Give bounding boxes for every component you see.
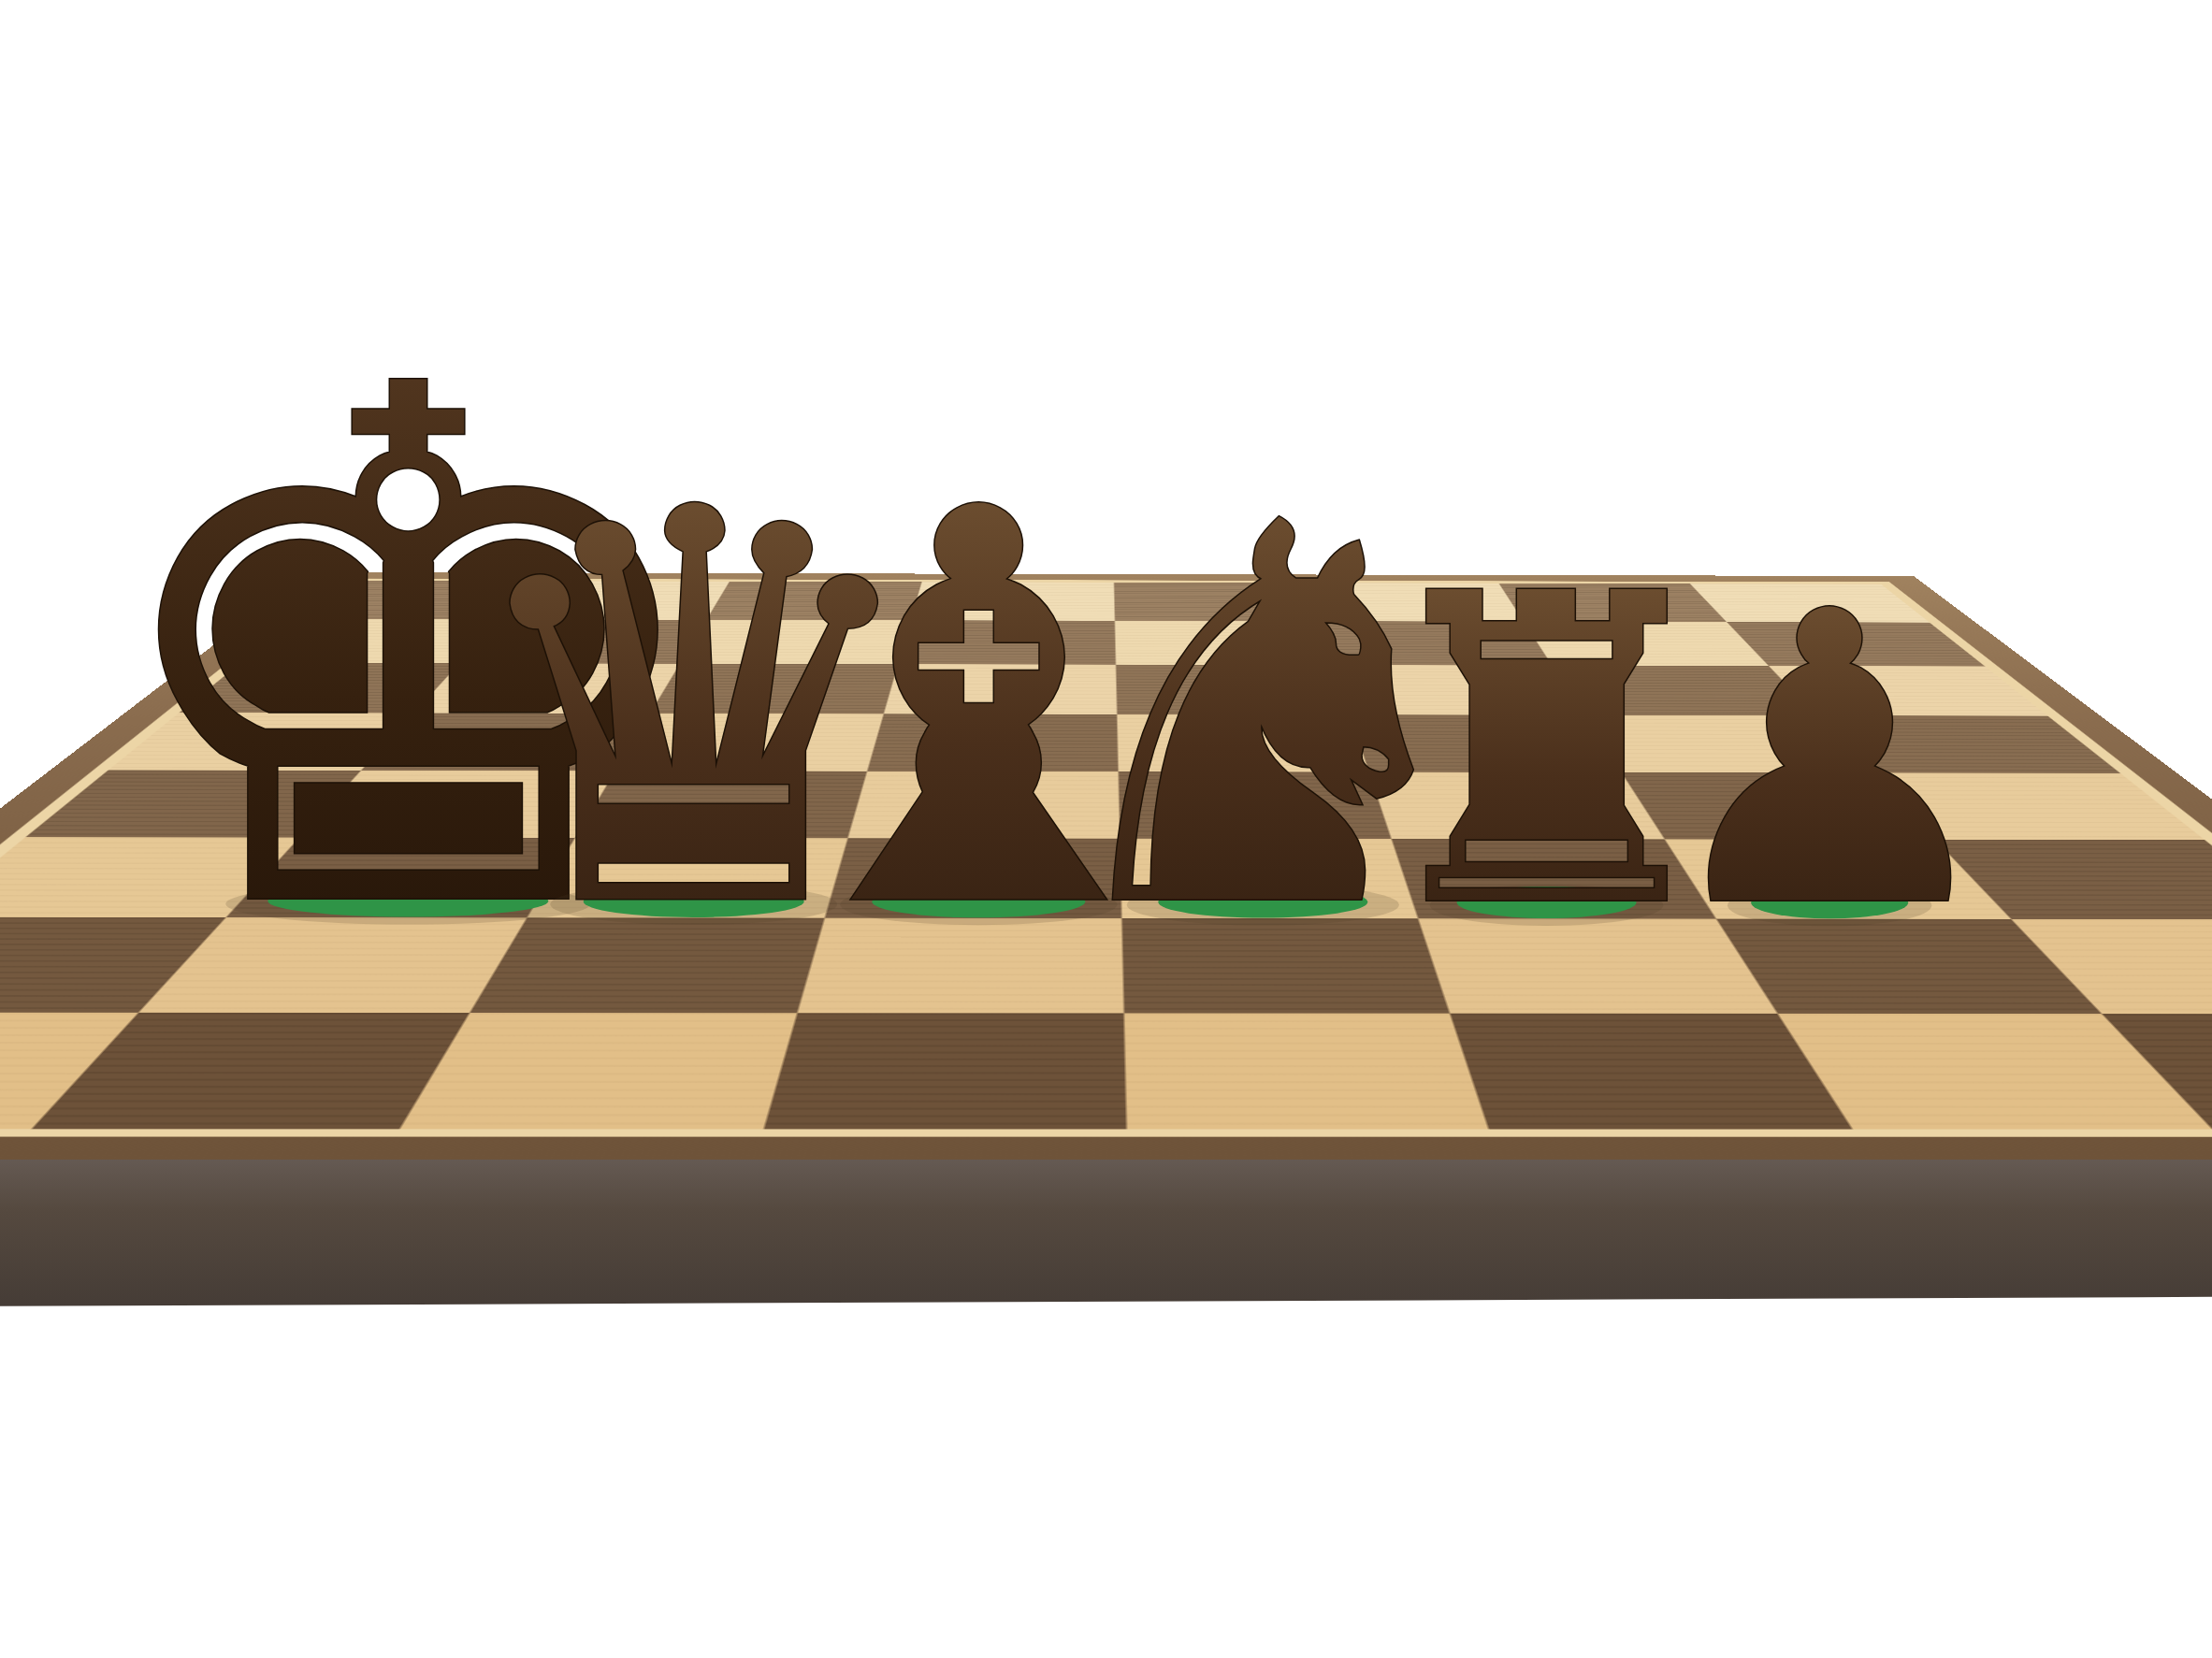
chessboard-photo: ♚♛♝♞♜♟ [0,0,2212,1658]
pieces-layer: ♚♛♝♞♜♟ [0,0,2212,1658]
piece-black-pawn[interactable]: ♟ [1649,526,2010,994]
